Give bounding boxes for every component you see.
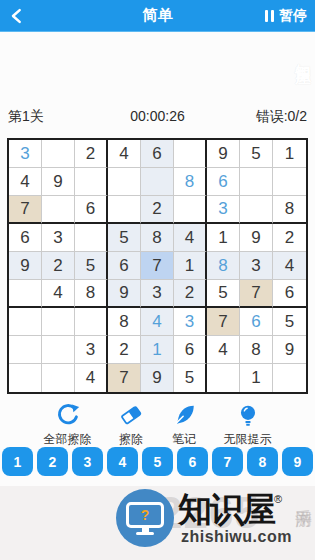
cell-r1c8[interactable]: 5 — [240, 140, 273, 168]
cell-r9c9[interactable] — [273, 364, 306, 392]
cell-r9c8[interactable]: 1 — [240, 364, 273, 392]
numpad-9[interactable]: 9 — [282, 447, 313, 476]
brand-site-url: zhishiwu.com — [181, 528, 292, 546]
bulb-icon — [234, 401, 261, 428]
cell-r1c5[interactable]: 6 — [141, 140, 174, 168]
cell-r7c2[interactable] — [42, 308, 75, 336]
hint-button[interactable]: 无限提示 — [224, 401, 272, 451]
cell-r1c4[interactable]: 4 — [108, 140, 141, 168]
numpad-7[interactable]: 7 — [212, 447, 243, 476]
cell-r5c2[interactable]: 2 — [42, 252, 75, 280]
cell-r7c6[interactable]: 3 — [174, 308, 207, 336]
cell-r3c8[interactable] — [240, 196, 273, 224]
quill-icon — [171, 401, 198, 428]
cell-r5c1[interactable]: 9 — [9, 252, 42, 280]
cell-r9c6[interactable]: 5 — [174, 364, 207, 392]
erase-all-button[interactable]: 全部擦除 — [44, 401, 92, 451]
info-row: 第1关 00:00:26 错误:0/2 — [8, 108, 307, 128]
cell-r7c3[interactable] — [75, 308, 108, 336]
cell-r1c1[interactable]: 3 — [9, 140, 42, 168]
cell-r2c6[interactable]: 8 — [174, 168, 207, 196]
cell-r1c9[interactable]: 1 — [273, 140, 306, 168]
numpad-4[interactable]: 4 — [107, 447, 138, 476]
cell-r5c9[interactable]: 4 — [273, 252, 306, 280]
cell-r8c4[interactable]: 2 — [108, 336, 141, 364]
cell-r3c3[interactable]: 6 — [75, 196, 108, 224]
cell-r8c6[interactable]: 6 — [174, 336, 207, 364]
numpad-2[interactable]: 2 — [37, 447, 68, 476]
cell-r3c7[interactable]: 3 — [207, 196, 240, 224]
cell-r6c6[interactable]: 2 — [174, 280, 207, 308]
monitor-icon: ? — [126, 502, 164, 528]
cell-r5c4[interactable]: 6 — [108, 252, 141, 280]
cell-r4c4[interactable]: 5 — [108, 224, 141, 252]
cell-r1c2[interactable] — [42, 140, 75, 168]
cell-r9c5[interactable]: 9 — [141, 364, 174, 392]
cell-r1c6[interactable] — [174, 140, 207, 168]
notes-button[interactable]: 笔记 — [171, 401, 198, 451]
cell-r3c9[interactable]: 8 — [273, 196, 306, 224]
sudoku-app: 简单 暂停 知识屋 第1关 00:00:26 错误:0/2 3246951498… — [0, 0, 315, 560]
cell-r8c2[interactable] — [42, 336, 75, 364]
sudoku-grid: 3246951498676238635841929256718344893257… — [7, 138, 308, 394]
cell-r2c9[interactable] — [273, 168, 306, 196]
hint-label: 无限提示 — [224, 431, 272, 448]
cell-r3c6[interactable] — [174, 196, 207, 224]
cell-r8c1[interactable] — [9, 336, 42, 364]
notes-label: 笔记 — [172, 431, 196, 448]
faint-watermark-site: 手游网 — [292, 496, 315, 499]
cell-r9c1[interactable] — [9, 364, 42, 392]
question-mark: ? — [141, 507, 150, 523]
numpad-6[interactable]: 6 — [177, 447, 208, 476]
cell-r4c7[interactable]: 1 — [207, 224, 240, 252]
cell-r6c1[interactable] — [9, 280, 42, 308]
pause-label: 暂停 — [279, 7, 307, 25]
cell-r1c3[interactable]: 2 — [75, 140, 108, 168]
cell-r9c2[interactable] — [42, 364, 75, 392]
error-counter: 错误:0/2 — [256, 108, 307, 126]
cell-r7c4[interactable]: 8 — [108, 308, 141, 336]
cell-r7c9[interactable]: 5 — [273, 308, 306, 336]
cell-r8c8[interactable]: 8 — [240, 336, 273, 364]
numpad-3[interactable]: 3 — [72, 447, 103, 476]
cell-r7c5[interactable]: 4 — [141, 308, 174, 336]
cell-r6c7[interactable]: 5 — [207, 280, 240, 308]
cell-r2c1[interactable]: 4 — [9, 168, 42, 196]
toolbar: 全部擦除 擦除 笔记 — [0, 401, 315, 451]
cell-r2c7[interactable]: 6 — [207, 168, 240, 196]
cell-r6c3[interactable]: 8 — [75, 280, 108, 308]
cell-r6c4[interactable]: 9 — [108, 280, 141, 308]
cell-r9c3[interactable]: 4 — [75, 364, 108, 392]
zhishiwu-logo-icon: ? — [116, 489, 174, 547]
erase-all-label: 全部擦除 — [44, 431, 92, 448]
cell-r9c7[interactable] — [207, 364, 240, 392]
cell-r3c5[interactable]: 2 — [141, 196, 174, 224]
cell-r8c7[interactable]: 4 — [207, 336, 240, 364]
cell-r4c2[interactable]: 3 — [42, 224, 75, 252]
cell-r8c9[interactable]: 9 — [273, 336, 306, 364]
cell-r1c7[interactable]: 9 — [207, 140, 240, 168]
cell-r4c8[interactable]: 9 — [240, 224, 273, 252]
eraser-icon — [118, 401, 145, 428]
cell-r7c7[interactable]: 7 — [207, 308, 240, 336]
cell-r5c8[interactable]: 3 — [240, 252, 273, 280]
cell-r3c2[interactable] — [42, 196, 75, 224]
cell-r4c1[interactable]: 6 — [9, 224, 42, 252]
pause-button[interactable]: 暂停 — [265, 0, 307, 32]
erase-label: 擦除 — [119, 431, 143, 448]
cell-r2c5[interactable] — [141, 168, 174, 196]
cell-r7c8[interactable]: 6 — [240, 308, 273, 336]
cell-r2c8[interactable] — [240, 168, 273, 196]
cell-r7c1[interactable] — [9, 308, 42, 336]
bottom-banner: 2265 手游网 ? 知识屋® zhishiwu.com — [0, 486, 315, 560]
cell-r2c3[interactable] — [75, 168, 108, 196]
cell-r9c4[interactable]: 7 — [108, 364, 141, 392]
pause-icon — [265, 10, 274, 22]
site-watermark-vertical: 知识屋 — [292, 50, 313, 59]
cell-r4c5[interactable]: 8 — [141, 224, 174, 252]
cell-r6c9[interactable]: 6 — [273, 280, 306, 308]
cell-r2c2[interactable]: 9 — [42, 168, 75, 196]
cell-r4c3[interactable] — [75, 224, 108, 252]
cell-r4c6[interactable]: 4 — [174, 224, 207, 252]
cell-r5c7[interactable]: 8 — [207, 252, 240, 280]
cell-r3c4[interactable] — [108, 196, 141, 224]
restart-icon — [54, 401, 81, 428]
numpad-1[interactable]: 1 — [2, 447, 33, 476]
cell-r6c5[interactable]: 3 — [141, 280, 174, 308]
brand-name: 知识屋® — [178, 487, 282, 533]
cell-r5c6[interactable]: 1 — [174, 252, 207, 280]
cell-r3c1[interactable]: 7 — [9, 196, 42, 224]
erase-button[interactable]: 擦除 — [118, 401, 145, 451]
numpad-5[interactable]: 5 — [142, 447, 173, 476]
cell-r8c5[interactable]: 1 — [141, 336, 174, 364]
cell-r5c5[interactable]: 7 — [141, 252, 174, 280]
header-bar: 简单 暂停 — [0, 0, 315, 32]
registered-mark: ® — [274, 493, 282, 505]
cell-r4c9[interactable]: 2 — [273, 224, 306, 252]
cell-r8c3[interactable]: 3 — [75, 336, 108, 364]
cell-r2c4[interactable] — [108, 168, 141, 196]
cell-r6c8[interactable]: 7 — [240, 280, 273, 308]
cell-r5c3[interactable]: 5 — [75, 252, 108, 280]
number-pad: 123456789 — [2, 447, 313, 476]
cell-r6c2[interactable]: 4 — [42, 280, 75, 308]
numpad-8[interactable]: 8 — [247, 447, 278, 476]
